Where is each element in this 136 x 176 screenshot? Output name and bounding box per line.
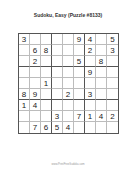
cell-r8c3-empty[interactable] (41, 111, 52, 122)
cell-r9c6-empty[interactable] (74, 122, 85, 133)
cell-r9c3-given: 6 (41, 122, 52, 133)
cell-r9c1-empty[interactable] (19, 122, 30, 133)
cell-r7c2-given: 4 (30, 100, 41, 111)
cell-r4c4-empty[interactable] (52, 67, 63, 78)
cell-r4c8-empty[interactable] (96, 67, 107, 78)
cell-r2c2-given: 6 (30, 45, 41, 56)
cell-r9c9-empty[interactable] (107, 122, 118, 133)
cell-r5c6-empty[interactable] (74, 78, 85, 89)
cell-r7c5-empty[interactable] (63, 100, 74, 111)
cell-r6c6-empty[interactable] (74, 89, 85, 100)
cell-r3c4-empty[interactable] (52, 56, 63, 67)
cell-r8c6-given: 7 (74, 111, 85, 122)
cell-r5c8-empty[interactable] (96, 78, 107, 89)
cell-r9c4-given: 5 (52, 122, 63, 133)
cell-r6c3-empty[interactable] (41, 89, 52, 100)
cell-r7c4-empty[interactable] (52, 100, 63, 111)
cell-r1c3-empty[interactable] (41, 34, 52, 45)
cell-r3c9-empty[interactable] (107, 56, 118, 67)
cell-r3c1-empty[interactable] (19, 56, 30, 67)
cell-r2c6-empty[interactable] (74, 45, 85, 56)
cell-r1c9-given: 5 (107, 34, 118, 45)
cell-r1c2-empty[interactable] (30, 34, 41, 45)
cell-r3c3-empty[interactable] (41, 56, 52, 67)
sudoku-grid: 3945682325891892314371427654 (18, 33, 119, 134)
cell-r2c7-given: 2 (85, 45, 96, 56)
cell-r3c8-given: 8 (96, 56, 107, 67)
page-title: Sudoku, Easy (Puzzle #8133) (0, 12, 136, 18)
cell-r8c5-empty[interactable] (63, 111, 74, 122)
cell-r9c8-empty[interactable] (96, 122, 107, 133)
cell-r1c5-empty[interactable] (63, 34, 74, 45)
cell-r9c2-given: 7 (30, 122, 41, 133)
cell-r1c8-empty[interactable] (96, 34, 107, 45)
cell-r5c4-empty[interactable] (52, 78, 63, 89)
cell-r3c2-given: 2 (30, 56, 41, 67)
cell-r7c3-empty[interactable] (41, 100, 52, 111)
cell-r6c4-empty[interactable] (52, 89, 63, 100)
cell-r2c8-empty[interactable] (96, 45, 107, 56)
cell-r2c9-given: 3 (107, 45, 118, 56)
cell-r6c5-given: 2 (63, 89, 74, 100)
cell-r4c1-empty[interactable] (19, 67, 30, 78)
cell-r3c7-empty[interactable] (85, 56, 96, 67)
cell-r1c7-given: 4 (85, 34, 96, 45)
cell-r4c3-empty[interactable] (41, 67, 52, 78)
cell-r9c7-empty[interactable] (85, 122, 96, 133)
cell-r8c2-empty[interactable] (30, 111, 41, 122)
cell-r5c5-empty[interactable] (63, 78, 74, 89)
cell-r5c1-empty[interactable] (19, 78, 30, 89)
cell-r4c2-empty[interactable] (30, 67, 41, 78)
cell-r4c5-empty[interactable] (63, 67, 74, 78)
cell-r6c8-empty[interactable] (96, 89, 107, 100)
cell-r2c4-empty[interactable] (52, 45, 63, 56)
cell-r8c7-given: 1 (85, 111, 96, 122)
cell-r6c2-given: 9 (30, 89, 41, 100)
cell-r8c4-given: 3 (52, 111, 63, 122)
cell-r7c8-empty[interactable] (96, 100, 107, 111)
cell-r3c5-empty[interactable] (63, 56, 74, 67)
cell-r4c6-empty[interactable] (74, 67, 85, 78)
cell-r3c6-given: 5 (74, 56, 85, 67)
cell-r9c5-given: 4 (63, 122, 74, 133)
cell-r2c3-given: 8 (41, 45, 52, 56)
puzzle-page: Sudoku, Easy (Puzzle #8133) 394568232589… (0, 0, 136, 176)
cell-r4c7-given: 9 (85, 67, 96, 78)
cell-r7c6-empty[interactable] (74, 100, 85, 111)
cell-r4c9-empty[interactable] (107, 67, 118, 78)
cell-r6c1-given: 8 (19, 89, 30, 100)
cell-r1c1-given: 3 (19, 34, 30, 45)
cell-r5c2-empty[interactable] (30, 78, 41, 89)
cell-r5c3-given: 1 (41, 78, 52, 89)
cell-r6c9-empty[interactable] (107, 89, 118, 100)
cell-r2c1-empty[interactable] (19, 45, 30, 56)
cell-r6c7-given: 3 (85, 89, 96, 100)
cell-r8c9-given: 2 (107, 111, 118, 122)
cell-r2c5-empty[interactable] (63, 45, 74, 56)
cell-r5c9-empty[interactable] (107, 78, 118, 89)
cell-r7c9-empty[interactable] (107, 100, 118, 111)
cell-r7c7-empty[interactable] (85, 100, 96, 111)
cell-r5c7-empty[interactable] (85, 78, 96, 89)
cell-r1c6-given: 9 (74, 34, 85, 45)
cell-r7c1-given: 1 (19, 100, 30, 111)
cell-r8c1-empty[interactable] (19, 111, 30, 122)
cell-r1c4-empty[interactable] (52, 34, 63, 45)
cell-r8c8-given: 4 (96, 111, 107, 122)
footer-url: www.PrintFreeSudoku.com (31, 162, 106, 165)
